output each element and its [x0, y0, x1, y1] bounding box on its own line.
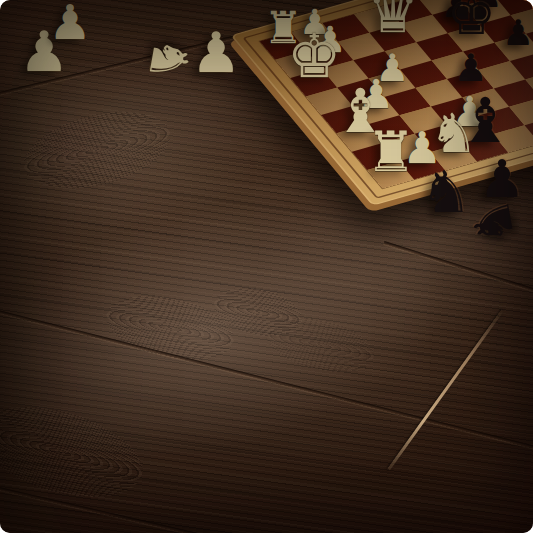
- white-pawn-floor-standing[interactable]: ♟: [48, 0, 92, 43]
- chess-set-photo: ♟♟♟♛♚♜♟♟♚♟♟♟♟♝♝♞♟♜ ♟♟♞♟♞♟♞: [0, 0, 533, 533]
- black-knight-floor-lying[interactable]: ♞: [463, 192, 523, 252]
- floor-pieces-layer: ♟♟♞♟♞♟♞: [0, 0, 533, 533]
- white-pawn-floor-standing[interactable]: ♟: [194, 21, 238, 77]
- white-knight-floor-lying[interactable]: ♞: [140, 31, 198, 89]
